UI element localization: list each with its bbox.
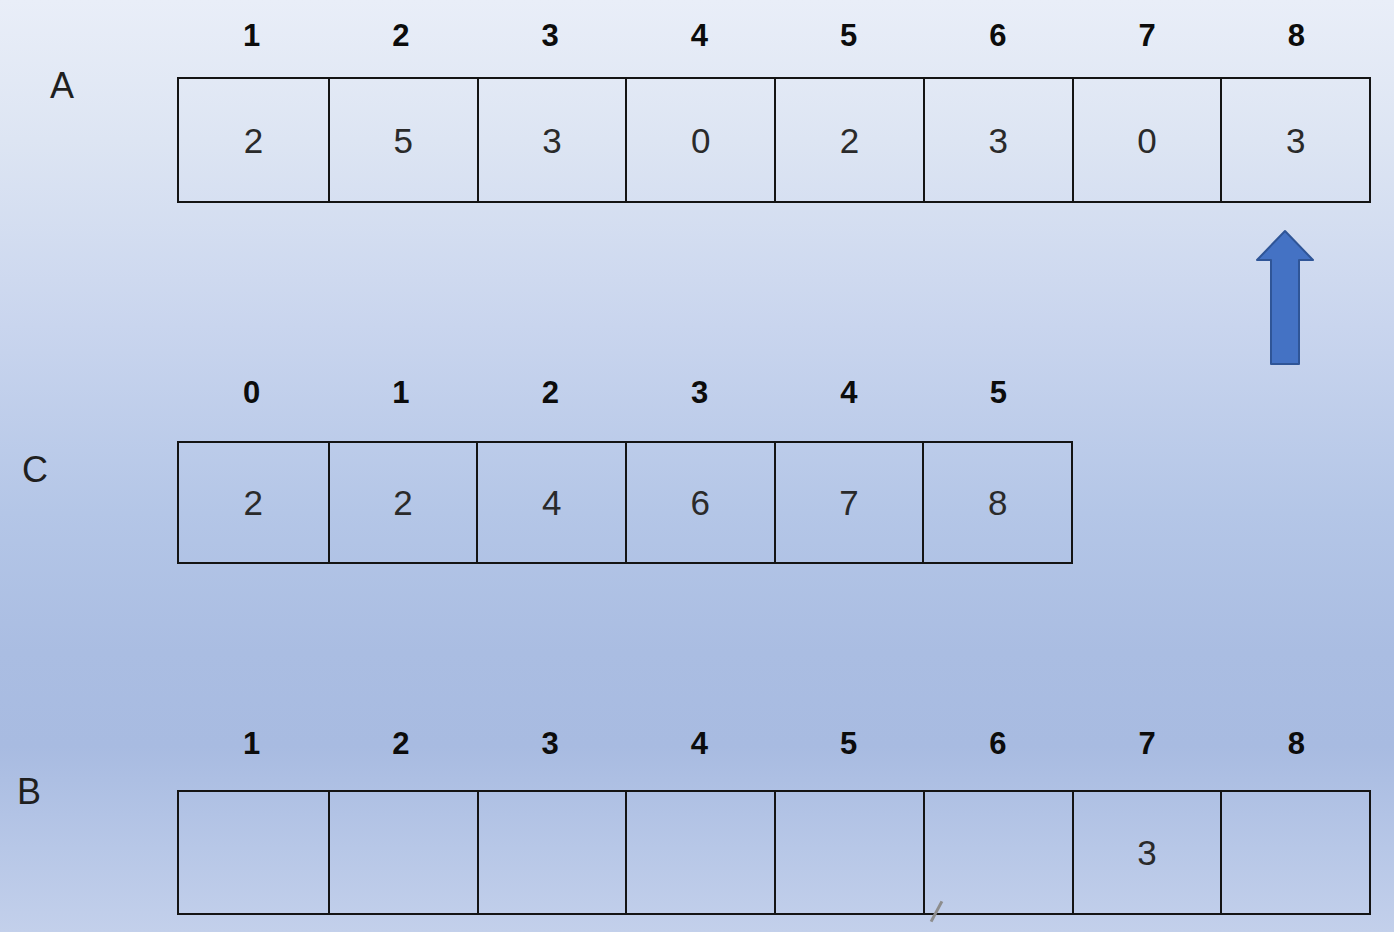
index-label-A-8: 8 [1222,18,1371,54]
index-label-B-8: 8 [1222,726,1371,762]
array-cell-B-6 [923,792,1072,913]
cell-value: 2 [840,123,859,158]
array-cell-C-5: 8 [922,443,1071,562]
array-cell-A-3: 3 [477,79,626,201]
array-cell-A-7: 0 [1072,79,1221,201]
index-strip-b: 12345678 [177,720,1371,768]
index-strip-c: 012345 [177,369,1073,417]
index-label-C-4: 4 [774,375,923,411]
index-label-A-1: 1 [177,18,326,54]
index-label-B-3: 3 [476,726,625,762]
array-cell-C-1: 2 [328,443,477,562]
up-arrow-icon [1253,228,1317,368]
array-cell-C-2: 4 [476,443,625,562]
index-label-B-7: 7 [1073,726,1222,762]
array-cell-A-6: 3 [923,79,1072,201]
cell-value: 3 [1137,835,1156,870]
cell-value: 2 [244,485,263,520]
cell-value: 3 [988,123,1007,158]
array-cell-B-5 [774,792,923,913]
index-label-A-5: 5 [774,18,923,54]
index-label-C-2: 2 [476,375,625,411]
index-label-A-3: 3 [476,18,625,54]
array-label-b: B [17,774,41,810]
array-cell-C-4: 7 [774,443,923,562]
cell-value: 7 [839,485,858,520]
cell-value: 5 [393,123,412,158]
cell-value: 0 [691,123,710,158]
array-cell-C-3: 6 [625,443,774,562]
array-cell-A-5: 2 [774,79,923,201]
array-label-a: A [50,68,74,104]
slide-canvas: A 12345678 25302303 C 012345 224678 B 12… [0,0,1394,932]
cell-value: 3 [1286,123,1305,158]
array-cells-a: 25302303 [177,77,1371,203]
index-label-B-5: 5 [774,726,923,762]
cell-value: 8 [988,485,1007,520]
index-label-A-6: 6 [923,18,1072,54]
array-cells-b: 3 [177,790,1371,915]
index-label-B-1: 1 [177,726,326,762]
array-cell-B-1 [179,792,328,913]
index-label-A-4: 4 [625,18,774,54]
index-label-C-0: 0 [177,375,326,411]
index-label-C-1: 1 [326,375,475,411]
cell-value: 6 [691,485,710,520]
array-cell-B-4 [625,792,774,913]
index-label-B-4: 4 [625,726,774,762]
cell-value: 4 [542,485,561,520]
array-cell-B-8 [1220,792,1369,913]
array-cell-B-3 [477,792,626,913]
array-cell-A-4: 0 [625,79,774,201]
index-label-A-7: 7 [1073,18,1222,54]
cell-value: 2 [244,123,263,158]
cell-value: 3 [542,123,561,158]
array-cell-C-0: 2 [179,443,328,562]
index-label-C-5: 5 [924,375,1073,411]
index-label-C-3: 3 [625,375,774,411]
array-cell-A-1: 2 [179,79,328,201]
array-cell-A-2: 5 [328,79,477,201]
up-arrow-shape [1257,231,1313,364]
cell-value: 0 [1137,123,1156,158]
index-label-A-2: 2 [326,18,475,54]
array-cell-B-7: 3 [1072,792,1221,913]
array-cells-c: 224678 [177,441,1073,564]
array-cell-B-2 [328,792,477,913]
cell-value: 2 [393,485,412,520]
index-label-B-6: 6 [923,726,1072,762]
index-label-B-2: 2 [326,726,475,762]
index-strip-a: 12345678 [177,12,1371,60]
array-cell-A-8: 3 [1220,79,1369,201]
array-label-c: C [22,452,48,488]
